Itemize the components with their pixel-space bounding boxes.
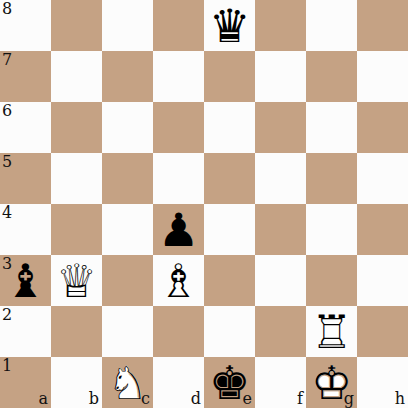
square-g4[interactable] — [306, 204, 357, 255]
square-a1[interactable]: 1a — [0, 357, 51, 408]
piece-white-bishop[interactable]: ♗ — [153, 255, 204, 306]
square-d7[interactable] — [153, 51, 204, 102]
rank-label-2: 2 — [2, 306, 12, 324]
file-label-h: h — [395, 390, 405, 408]
square-d3[interactable]: ♝♗ — [153, 255, 204, 306]
square-h5[interactable] — [357, 153, 408, 204]
square-f1[interactable]: f — [255, 357, 306, 408]
square-h8[interactable] — [357, 0, 408, 51]
square-b8[interactable] — [51, 0, 102, 51]
square-g6[interactable] — [306, 102, 357, 153]
piece-white-queen[interactable]: ♕ — [51, 255, 102, 306]
piece-black-queen[interactable]: ♛ — [204, 0, 255, 51]
piece-black-bishop[interactable]: ♝ — [0, 255, 51, 306]
square-c4[interactable] — [102, 204, 153, 255]
square-e5[interactable] — [204, 153, 255, 204]
square-c6[interactable] — [102, 102, 153, 153]
square-h3[interactable] — [357, 255, 408, 306]
rank-label-6: 6 — [2, 102, 12, 120]
square-f6[interactable] — [255, 102, 306, 153]
square-a7[interactable]: 7 — [0, 51, 51, 102]
square-d1[interactable]: d — [153, 357, 204, 408]
square-e3[interactable] — [204, 255, 255, 306]
square-f5[interactable] — [255, 153, 306, 204]
file-label-f: f — [297, 390, 303, 408]
square-g1[interactable]: g♚♔ — [306, 357, 357, 408]
square-c8[interactable] — [102, 0, 153, 51]
rank-label-4: 4 — [2, 204, 12, 222]
square-g2[interactable]: ♜♖ — [306, 306, 357, 357]
square-e8[interactable]: ♛ — [204, 0, 255, 51]
chess-board: 8♛7654♟3♝♛♕♝♗2♜♖1abc♞♘de♚fg♚♔h — [0, 0, 408, 408]
piece-white-king[interactable]: ♔ — [306, 357, 357, 408]
square-h4[interactable] — [357, 204, 408, 255]
square-g8[interactable] — [306, 0, 357, 51]
square-e4[interactable] — [204, 204, 255, 255]
square-a8[interactable]: 8 — [0, 0, 51, 51]
square-f2[interactable] — [255, 306, 306, 357]
square-b7[interactable] — [51, 51, 102, 102]
square-a5[interactable]: 5 — [0, 153, 51, 204]
square-d5[interactable] — [153, 153, 204, 204]
square-c3[interactable] — [102, 255, 153, 306]
square-f3[interactable] — [255, 255, 306, 306]
square-g7[interactable] — [306, 51, 357, 102]
square-d2[interactable] — [153, 306, 204, 357]
square-a4[interactable]: 4 — [0, 204, 51, 255]
square-c1[interactable]: c♞♘ — [102, 357, 153, 408]
square-b5[interactable] — [51, 153, 102, 204]
square-a2[interactable]: 2 — [0, 306, 51, 357]
square-a3[interactable]: 3♝ — [0, 255, 51, 306]
rank-label-1: 1 — [2, 357, 12, 375]
file-label-d: d — [191, 390, 201, 408]
piece-black-king[interactable]: ♚ — [204, 357, 255, 408]
square-f7[interactable] — [255, 51, 306, 102]
file-label-b: b — [89, 390, 99, 408]
square-e2[interactable] — [204, 306, 255, 357]
square-f4[interactable] — [255, 204, 306, 255]
square-b6[interactable] — [51, 102, 102, 153]
square-h2[interactable] — [357, 306, 408, 357]
square-d4[interactable]: ♟ — [153, 204, 204, 255]
square-h6[interactable] — [357, 102, 408, 153]
piece-white-knight[interactable]: ♘ — [102, 357, 153, 408]
square-b2[interactable] — [51, 306, 102, 357]
square-e1[interactable]: e♚ — [204, 357, 255, 408]
square-d6[interactable] — [153, 102, 204, 153]
square-g5[interactable] — [306, 153, 357, 204]
square-b3[interactable]: ♛♕ — [51, 255, 102, 306]
piece-white-rook[interactable]: ♖ — [306, 306, 357, 357]
square-f8[interactable] — [255, 0, 306, 51]
square-e7[interactable] — [204, 51, 255, 102]
square-d8[interactable] — [153, 0, 204, 51]
piece-black-pawn[interactable]: ♟ — [153, 204, 204, 255]
square-c2[interactable] — [102, 306, 153, 357]
square-c5[interactable] — [102, 153, 153, 204]
rank-label-8: 8 — [2, 0, 12, 18]
rank-label-5: 5 — [2, 153, 12, 171]
square-h1[interactable]: h — [357, 357, 408, 408]
file-label-a: a — [38, 390, 48, 408]
square-a6[interactable]: 6 — [0, 102, 51, 153]
square-h7[interactable] — [357, 51, 408, 102]
square-b4[interactable] — [51, 204, 102, 255]
square-e6[interactable] — [204, 102, 255, 153]
square-c7[interactable] — [102, 51, 153, 102]
square-g3[interactable] — [306, 255, 357, 306]
rank-label-7: 7 — [2, 51, 12, 69]
square-b1[interactable]: b — [51, 357, 102, 408]
